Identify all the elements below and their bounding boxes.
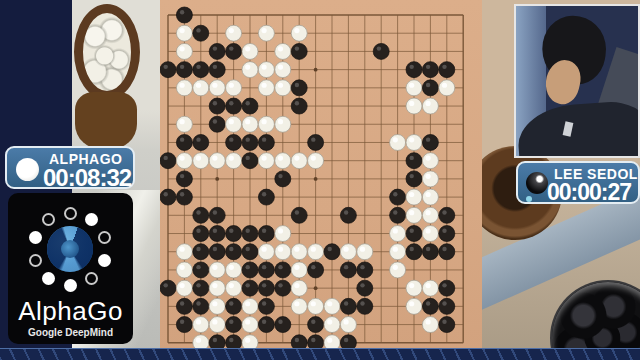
white-stone (406, 134, 422, 150)
white-stone (324, 317, 340, 333)
white-stone (226, 153, 242, 169)
white-stone (275, 116, 291, 132)
black-stone (242, 98, 258, 114)
star-point (314, 177, 318, 181)
alphago-clock: ALPHAGO 00:08:32 (5, 146, 135, 189)
logo-ring-outline-dot (64, 207, 77, 220)
white-stone (176, 262, 192, 278)
white-stone (406, 98, 422, 114)
white-stone (422, 317, 438, 333)
black-stone (439, 298, 455, 314)
white-stone (258, 153, 274, 169)
black-stone (340, 298, 356, 314)
black-stone (373, 43, 389, 59)
white-stone-icon (16, 158, 39, 181)
black-stone (176, 171, 192, 187)
broadcast-frame: ALPHAGO 00:08:32 LEE SEDOL 00:00:27 Alph… (0, 0, 640, 360)
star-point (314, 286, 318, 290)
white-stone (291, 25, 307, 41)
black-stone (258, 298, 274, 314)
white-stone (422, 280, 438, 296)
logo-ring-filled-dot (64, 279, 77, 292)
black-stone (422, 134, 438, 150)
black-stone (226, 317, 242, 333)
white-stone (390, 262, 406, 278)
black-stone (439, 226, 455, 242)
white-stone (291, 262, 307, 278)
white-stone (308, 244, 324, 260)
white-stone (390, 244, 406, 260)
black-stone (422, 80, 438, 96)
black-stone (291, 207, 307, 223)
black-stone (176, 298, 192, 314)
white-stone (340, 244, 356, 260)
white-stone (422, 226, 438, 242)
clock-indicator-dot (526, 196, 532, 202)
white-stone (258, 25, 274, 41)
black-stone (357, 262, 373, 278)
black-stone (160, 189, 176, 205)
black-stone (406, 153, 422, 169)
white-stone (193, 80, 209, 96)
black-stone (242, 153, 258, 169)
white-stone (275, 80, 291, 96)
white-stone (308, 153, 324, 169)
black-stone (242, 226, 258, 242)
white-stone (176, 280, 192, 296)
black-stone (176, 62, 192, 78)
white-stone (324, 298, 340, 314)
black-stone (209, 207, 225, 223)
black-stone (357, 280, 373, 296)
black-stone (209, 244, 225, 260)
black-stone (439, 317, 455, 333)
white-stone (291, 244, 307, 260)
white-stone (422, 207, 438, 223)
black-stone (193, 207, 209, 223)
black-stone (193, 62, 209, 78)
black-stone (226, 98, 242, 114)
black-stone (308, 134, 324, 150)
broadcast-banner (0, 348, 640, 360)
white-stone (176, 244, 192, 260)
black-stone (226, 134, 242, 150)
black-stone (324, 244, 340, 260)
black-stone (258, 317, 274, 333)
black-stone (258, 189, 274, 205)
white-stone (193, 153, 209, 169)
logo-ring-outline-dot (29, 254, 42, 267)
white-stone (439, 80, 455, 96)
white-stone (308, 298, 324, 314)
black-stone (160, 62, 176, 78)
white-stone (291, 153, 307, 169)
black-stone (209, 116, 225, 132)
white-stone (422, 189, 438, 205)
white-stone (291, 280, 307, 296)
black-stone (275, 280, 291, 296)
logo-ring-filled-dot (98, 254, 111, 267)
black-stone (406, 62, 422, 78)
white-stone (242, 62, 258, 78)
logo-ring-outline-dot (42, 213, 55, 226)
alphago-logo: AlphaGo Google DeepMind (8, 193, 133, 344)
white-stone (406, 298, 422, 314)
black-stone (193, 262, 209, 278)
black-stone (209, 43, 225, 59)
black-stone (439, 207, 455, 223)
white-stone (291, 298, 307, 314)
black-stone (357, 298, 373, 314)
white-stone (242, 317, 258, 333)
star-point (215, 177, 219, 181)
black-stone (226, 298, 242, 314)
white-stone (422, 171, 438, 187)
white-stone (209, 80, 225, 96)
black-stone (340, 262, 356, 278)
white-stone (422, 153, 438, 169)
black-stone (193, 298, 209, 314)
white-stone (275, 244, 291, 260)
black-stone-icon (526, 172, 548, 194)
white-stone (340, 317, 356, 333)
black-stone (422, 244, 438, 260)
white-stone (242, 43, 258, 59)
black-stone (308, 317, 324, 333)
white-stone (226, 116, 242, 132)
black-stone (193, 280, 209, 296)
white-stone (406, 189, 422, 205)
black-stone (406, 171, 422, 187)
white-stone (275, 62, 291, 78)
white-stone (242, 298, 258, 314)
white-stone (390, 134, 406, 150)
white-stone (406, 280, 422, 296)
white-stone (406, 207, 422, 223)
black-stone (422, 298, 438, 314)
black-stone (160, 280, 176, 296)
white-stone (193, 317, 209, 333)
black-stone (160, 153, 176, 169)
star-point (314, 68, 318, 72)
black-stone (209, 98, 225, 114)
white-stone (226, 25, 242, 41)
black-stone (193, 25, 209, 41)
white-stone (176, 25, 192, 41)
black-stone (406, 226, 422, 242)
black-stone (226, 244, 242, 260)
lee-sedol-clock: LEE SEDOL 00:00:27 (516, 161, 640, 204)
white-stone (209, 317, 225, 333)
go-board (160, 0, 482, 352)
white-stone (406, 80, 422, 96)
logo-subbrand: Google DeepMind (8, 327, 133, 338)
black-stone (406, 244, 422, 260)
lee-sedol-video-feed (514, 4, 640, 158)
black-stone (439, 62, 455, 78)
black-stone (258, 226, 274, 242)
black-stone (340, 207, 356, 223)
white-stone (258, 244, 274, 260)
white-stone (176, 153, 192, 169)
black-stone (242, 134, 258, 150)
black-stone (242, 244, 258, 260)
black-stone (308, 262, 324, 278)
black-stone (439, 244, 455, 260)
logo-ring-filled-dot (29, 231, 42, 244)
white-stone (258, 80, 274, 96)
go-board-grid (160, 0, 482, 352)
white-stone (242, 116, 258, 132)
white-stone (176, 80, 192, 96)
black-stone (258, 262, 274, 278)
logo-ring-filled-dot (85, 213, 98, 226)
white-stone (209, 153, 225, 169)
white-stone (422, 98, 438, 114)
white-stone (226, 80, 242, 96)
logo-wordmark: AlphaGo (8, 296, 133, 327)
logo-ring-outline-dot (85, 272, 98, 285)
black-stone (390, 189, 406, 205)
black-stone (439, 280, 455, 296)
black-stone (275, 262, 291, 278)
black-stone (275, 171, 291, 187)
white-stone (357, 244, 373, 260)
black-stone (226, 43, 242, 59)
black-stone (193, 226, 209, 242)
black-stone (242, 262, 258, 278)
black-stone (242, 280, 258, 296)
logo-ring-filled-dot (42, 272, 55, 285)
black-stone (176, 189, 192, 205)
logo-ring-outline-dot (98, 231, 111, 244)
black-stone (209, 226, 225, 242)
black-stone (390, 207, 406, 223)
white-stone-bowl (74, 4, 140, 100)
white-stone (209, 280, 225, 296)
black-stone (258, 134, 274, 150)
black-stone (275, 317, 291, 333)
white-stone (209, 262, 225, 278)
white-stone (209, 298, 225, 314)
white-stone (226, 280, 242, 296)
logo-swirl-icon (47, 226, 93, 272)
white-stone (275, 153, 291, 169)
black-stone (291, 98, 307, 114)
alphago-time-remaining: 00:08:32 (43, 164, 131, 192)
black-stone (291, 43, 307, 59)
black-stone (209, 62, 225, 78)
black-stone (226, 226, 242, 242)
black-stone (176, 7, 192, 23)
black-stone (422, 62, 438, 78)
black-stone (193, 134, 209, 150)
white-stone (258, 62, 274, 78)
white-stone (275, 43, 291, 59)
black-stone (193, 244, 209, 260)
white-stone-bowl-lid (75, 92, 137, 150)
white-stone (390, 226, 406, 242)
black-stone (291, 80, 307, 96)
black-stone (176, 134, 192, 150)
white-stone (226, 262, 242, 278)
white-stone (176, 43, 192, 59)
lee-sedol-time-remaining: 00:00:27 (547, 179, 631, 206)
black-stone (258, 280, 274, 296)
white-stone (275, 226, 291, 242)
white-stone (176, 116, 192, 132)
black-stone (176, 317, 192, 333)
white-stone (258, 116, 274, 132)
